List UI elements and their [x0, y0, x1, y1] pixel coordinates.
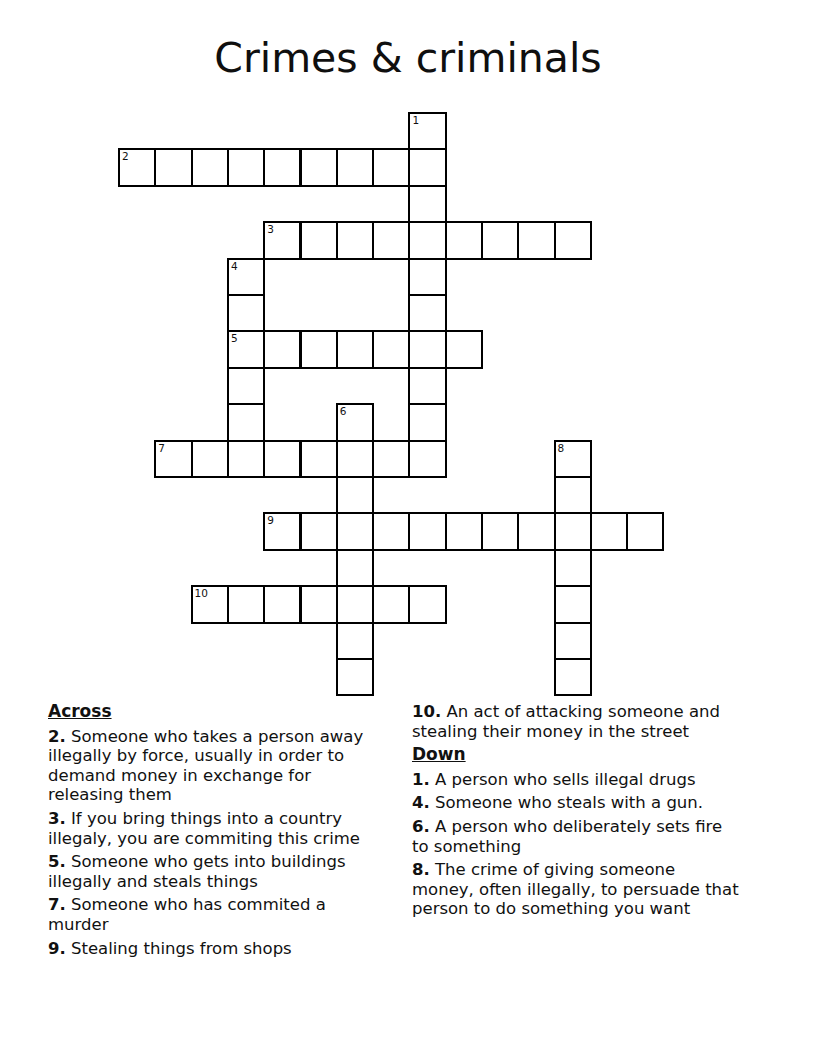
grid-cell[interactable] — [408, 512, 446, 550]
clue-text: Someone who has commited a murder — [48, 895, 326, 934]
crossword-grid: 12345678910 — [118, 112, 666, 698]
cell-number: 9 — [267, 515, 274, 526]
clue-number: 8. — [412, 860, 430, 879]
clue-text: Someone who takes a person away illegall… — [48, 727, 363, 805]
grid-cell[interactable] — [408, 294, 446, 332]
clue-9: 9. Stealing things from shops — [48, 939, 410, 959]
grid-cell[interactable] — [445, 330, 483, 368]
grid-cell[interactable] — [408, 367, 446, 405]
clue-1: 1. A person who sells illegal drugs — [412, 770, 790, 790]
grid-cell[interactable] — [372, 221, 410, 259]
clue-text: Someone who gets into buildings illegall… — [48, 852, 346, 891]
clues-heading-down: Down — [412, 745, 790, 765]
grid-cell[interactable] — [227, 440, 265, 478]
cell-number: 1 — [412, 115, 419, 126]
grid-cell[interactable] — [408, 440, 446, 478]
grid-cell[interactable] — [263, 148, 301, 186]
clue-text: A person who deliberately sets fire to s… — [412, 817, 722, 856]
cell-number: 4 — [231, 261, 238, 272]
grid-cell[interactable] — [408, 403, 446, 441]
grid-cell[interactable] — [372, 512, 410, 550]
clues-column-left: Across2. Someone who takes a person away… — [48, 702, 410, 962]
grid-cell[interactable] — [336, 330, 374, 368]
clue-10: 10. An act of attacking someone and stea… — [412, 702, 790, 741]
grid-cell[interactable] — [191, 148, 229, 186]
grid-cell[interactable] — [300, 585, 338, 623]
clues-heading-across: Across — [48, 702, 410, 722]
grid-cell[interactable] — [372, 585, 410, 623]
clue-number: 7. — [48, 895, 66, 914]
clue-4: 4. Someone who steals with a gun. — [412, 793, 790, 813]
grid-cell[interactable]: 6 — [336, 403, 374, 441]
grid-cell[interactable] — [481, 512, 519, 550]
clue-6: 6. A person who deliberately sets fire t… — [412, 817, 790, 856]
grid-cell[interactable] — [408, 221, 446, 259]
grid-cell[interactable] — [300, 440, 338, 478]
clue-text: Someone who steals with a gun. — [435, 793, 703, 812]
grid-cell[interactable] — [336, 221, 374, 259]
clue-number: 1. — [412, 770, 430, 789]
grid-cell[interactable]: 2 — [118, 148, 156, 186]
grid-cell[interactable] — [227, 294, 265, 332]
clue-text: A person who sells illegal drugs — [435, 770, 696, 789]
clue-number: 3. — [48, 809, 66, 828]
clue-number: 4. — [412, 793, 430, 812]
grid-cell[interactable] — [626, 512, 664, 550]
clue-text: If you bring things into a country illeg… — [48, 809, 360, 848]
clue-number: 6. — [412, 817, 430, 836]
grid-cell[interactable]: 4 — [227, 258, 265, 296]
grid-cell[interactable] — [408, 258, 446, 296]
cell-number: 7 — [158, 443, 165, 454]
grid-cell[interactable] — [227, 585, 265, 623]
grid-cell[interactable] — [336, 148, 374, 186]
grid-cell[interactable] — [517, 512, 555, 550]
clues-column-right: 10. An act of attacking someone and stea… — [412, 702, 790, 923]
grid-cell[interactable] — [408, 585, 446, 623]
grid-cell[interactable]: 1 — [408, 112, 446, 150]
grid-cell[interactable] — [227, 403, 265, 441]
grid-cell[interactable] — [517, 221, 555, 259]
grid-cell[interactable] — [336, 512, 374, 550]
grid-cell[interactable] — [481, 221, 519, 259]
grid-cell[interactable] — [336, 440, 374, 478]
grid-cell[interactable]: 9 — [263, 512, 301, 550]
clue-3: 3. If you bring things into a country il… — [48, 809, 410, 848]
grid-cell[interactable] — [408, 185, 446, 223]
grid-cell[interactable] — [300, 512, 338, 550]
clue-text: The crime of giving someone money, often… — [412, 860, 739, 918]
grid-cell[interactable] — [336, 658, 374, 696]
grid-cell[interactable] — [445, 512, 483, 550]
clue-8: 8. The crime of giving someone money, of… — [412, 860, 790, 919]
clue-number: 10. — [412, 702, 441, 721]
grid-cell[interactable] — [554, 549, 592, 587]
clue-number: 9. — [48, 939, 66, 958]
grid-cell[interactable] — [336, 585, 374, 623]
grid-cell[interactable] — [372, 330, 410, 368]
grid-cell[interactable] — [408, 330, 446, 368]
grid-cell[interactable]: 8 — [554, 440, 592, 478]
clue-text: An act of attacking someone and stealing… — [412, 702, 720, 741]
cell-number: 6 — [340, 406, 347, 417]
grid-cell[interactable]: 3 — [263, 221, 301, 259]
clue-number: 2. — [48, 727, 66, 746]
grid-cell[interactable] — [154, 148, 192, 186]
grid-cell[interactable] — [372, 148, 410, 186]
grid-cell[interactable] — [263, 330, 301, 368]
grid-cell[interactable]: 7 — [154, 440, 192, 478]
grid-cell[interactable] — [336, 622, 374, 660]
grid-cell[interactable] — [300, 148, 338, 186]
grid-cell[interactable] — [300, 330, 338, 368]
clue-5: 5. Someone who gets into buildings illeg… — [48, 852, 410, 891]
grid-cell[interactable] — [227, 148, 265, 186]
page-title: Crimes & criminals — [0, 33, 816, 83]
grid-cell[interactable] — [263, 440, 301, 478]
grid-cell[interactable] — [554, 585, 592, 623]
grid-cell[interactable] — [336, 476, 374, 514]
grid-cell[interactable] — [408, 148, 446, 186]
cell-number: 2 — [122, 151, 129, 162]
clue-2: 2. Someone who takes a person away illeg… — [48, 727, 410, 805]
cell-number: 10 — [195, 588, 208, 599]
clue-text: Stealing things from shops — [71, 939, 292, 958]
grid-cell[interactable] — [445, 221, 483, 259]
grid-cell[interactable]: 10 — [191, 585, 229, 623]
cell-number: 3 — [267, 224, 274, 235]
grid-cell[interactable] — [227, 367, 265, 405]
grid-cell[interactable] — [372, 440, 410, 478]
grid-cell[interactable] — [554, 221, 592, 259]
grid-cell[interactable]: 5 — [227, 330, 265, 368]
grid-cell[interactable] — [300, 221, 338, 259]
grid-cell[interactable] — [590, 512, 628, 550]
clue-number: 5. — [48, 852, 66, 871]
grid-cell[interactable] — [554, 658, 592, 696]
cell-number: 5 — [231, 333, 238, 344]
grid-cell[interactable] — [554, 512, 592, 550]
clue-7: 7. Someone who has commited a murder — [48, 895, 410, 934]
grid-cell[interactable] — [554, 476, 592, 514]
grid-cell[interactable] — [263, 585, 301, 623]
grid-cell[interactable] — [191, 440, 229, 478]
grid-cell[interactable] — [554, 622, 592, 660]
grid-cell[interactable] — [336, 549, 374, 587]
cell-number: 8 — [558, 443, 565, 454]
